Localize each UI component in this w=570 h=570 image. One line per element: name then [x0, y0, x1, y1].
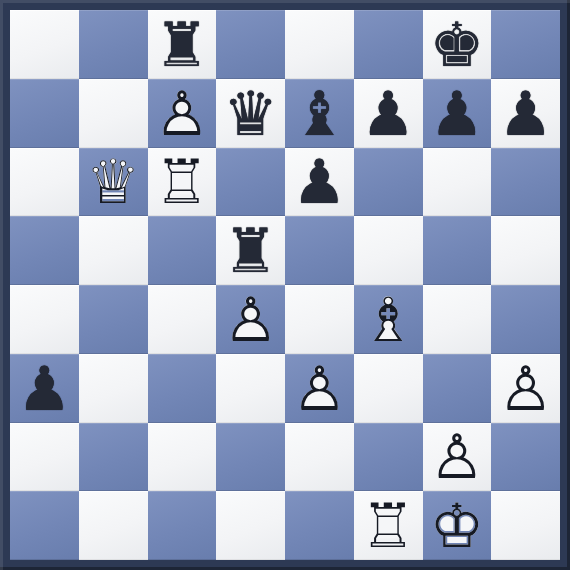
square-a8[interactable] — [10, 10, 79, 79]
queen-icon: ♛ — [216, 79, 285, 148]
square-h7[interactable]: ♟ — [491, 79, 560, 148]
piece-white-pawn-h3[interactable]: ♟♙ — [491, 354, 560, 423]
square-e6[interactable]: ♟ — [285, 148, 354, 217]
square-g7[interactable]: ♟ — [423, 79, 492, 148]
piece-black-pawn-f7[interactable]: ♟ — [354, 79, 423, 148]
square-a3[interactable]: ♟ — [10, 354, 79, 423]
square-c4[interactable] — [148, 285, 217, 354]
king-icon: ♚ — [423, 10, 492, 79]
pawn-outline-icon: ♙ — [148, 79, 217, 148]
square-h5[interactable] — [491, 216, 560, 285]
square-c2[interactable] — [148, 423, 217, 492]
piece-black-pawn-a3[interactable]: ♟ — [10, 354, 79, 423]
piece-black-rook-d5[interactable]: ♜ — [216, 216, 285, 285]
square-d1[interactable] — [216, 491, 285, 560]
square-a1[interactable] — [10, 491, 79, 560]
square-c6[interactable]: ♜♖ — [148, 148, 217, 217]
square-g4[interactable] — [423, 285, 492, 354]
piece-white-rook-f1[interactable]: ♜♖ — [354, 491, 423, 560]
square-b2[interactable] — [79, 423, 148, 492]
square-a4[interactable] — [10, 285, 79, 354]
bishop-outline-icon: ♗ — [354, 285, 423, 354]
square-a2[interactable] — [10, 423, 79, 492]
square-c1[interactable] — [148, 491, 217, 560]
square-h2[interactable] — [491, 423, 560, 492]
square-b1[interactable] — [79, 491, 148, 560]
square-f5[interactable] — [354, 216, 423, 285]
square-b7[interactable] — [79, 79, 148, 148]
piece-black-pawn-e6[interactable]: ♟ — [285, 148, 354, 217]
square-f8[interactable] — [354, 10, 423, 79]
piece-white-rook-c6[interactable]: ♜♖ — [148, 148, 217, 217]
square-e2[interactable] — [285, 423, 354, 492]
square-d2[interactable] — [216, 423, 285, 492]
square-b5[interactable] — [79, 216, 148, 285]
pawn-outline-icon: ♙ — [216, 285, 285, 354]
piece-black-queen-d7[interactable]: ♛ — [216, 79, 285, 148]
chess-board-grid: ♜♚♟♙♛♝♟♟♟♛♕♜♖♟♜♟♙♝♗♟♟♙♟♙♟♙♜♖♚♔ — [10, 10, 560, 560]
square-f7[interactable]: ♟ — [354, 79, 423, 148]
piece-white-queen-b6[interactable]: ♛♕ — [79, 148, 148, 217]
square-c7[interactable]: ♟♙ — [148, 79, 217, 148]
piece-white-pawn-d4[interactable]: ♟♙ — [216, 285, 285, 354]
square-c8[interactable]: ♜ — [148, 10, 217, 79]
square-f6[interactable] — [354, 148, 423, 217]
square-h3[interactable]: ♟♙ — [491, 354, 560, 423]
pawn-outline-icon: ♙ — [285, 354, 354, 423]
square-g8[interactable]: ♚ — [423, 10, 492, 79]
piece-white-king-g1[interactable]: ♚♔ — [423, 491, 492, 560]
pawn-outline-icon: ♙ — [491, 354, 560, 423]
square-h4[interactable] — [491, 285, 560, 354]
square-e7[interactable]: ♝ — [285, 79, 354, 148]
rook-outline-icon: ♖ — [354, 491, 423, 560]
rook-icon: ♜ — [148, 10, 217, 79]
square-g2[interactable]: ♟♙ — [423, 423, 492, 492]
square-e4[interactable] — [285, 285, 354, 354]
piece-white-pawn-c7[interactable]: ♟♙ — [148, 79, 217, 148]
piece-white-pawn-e3[interactable]: ♟♙ — [285, 354, 354, 423]
square-b4[interactable] — [79, 285, 148, 354]
square-e3[interactable]: ♟♙ — [285, 354, 354, 423]
square-a7[interactable] — [10, 79, 79, 148]
square-e5[interactable] — [285, 216, 354, 285]
square-d8[interactable] — [216, 10, 285, 79]
pawn-icon: ♟ — [285, 148, 354, 217]
piece-black-pawn-h7[interactable]: ♟ — [491, 79, 560, 148]
rook-icon: ♜ — [216, 216, 285, 285]
square-d6[interactable] — [216, 148, 285, 217]
square-a5[interactable] — [10, 216, 79, 285]
square-c3[interactable] — [148, 354, 217, 423]
piece-white-bishop-f4[interactable]: ♝♗ — [354, 285, 423, 354]
piece-white-pawn-g2[interactable]: ♟♙ — [423, 423, 492, 492]
square-d4[interactable]: ♟♙ — [216, 285, 285, 354]
square-f4[interactable]: ♝♗ — [354, 285, 423, 354]
square-c5[interactable] — [148, 216, 217, 285]
square-b8[interactable] — [79, 10, 148, 79]
piece-black-rook-c8[interactable]: ♜ — [148, 10, 217, 79]
pawn-icon: ♟ — [10, 354, 79, 423]
square-f2[interactable] — [354, 423, 423, 492]
bishop-icon: ♝ — [285, 79, 354, 148]
square-e8[interactable] — [285, 10, 354, 79]
piece-black-bishop-e7[interactable]: ♝ — [285, 79, 354, 148]
pawn-icon: ♟ — [491, 79, 560, 148]
pawn-icon: ♟ — [354, 79, 423, 148]
square-e1[interactable] — [285, 491, 354, 560]
square-d7[interactable]: ♛ — [216, 79, 285, 148]
square-d5[interactable]: ♜ — [216, 216, 285, 285]
square-f1[interactable]: ♜♖ — [354, 491, 423, 560]
square-b3[interactable] — [79, 354, 148, 423]
chess-board: ♜♚♟♙♛♝♟♟♟♛♕♜♖♟♜♟♙♝♗♟♟♙♟♙♟♙♜♖♚♔ — [0, 0, 570, 570]
king-outline-icon: ♔ — [423, 491, 492, 560]
square-g5[interactable] — [423, 216, 492, 285]
square-b6[interactable]: ♛♕ — [79, 148, 148, 217]
square-g1[interactable]: ♚♔ — [423, 491, 492, 560]
piece-black-king-g8[interactable]: ♚ — [423, 10, 492, 79]
square-h8[interactable] — [491, 10, 560, 79]
square-d3[interactable] — [216, 354, 285, 423]
square-g6[interactable] — [423, 148, 492, 217]
pawn-outline-icon: ♙ — [423, 423, 492, 492]
square-h1[interactable] — [491, 491, 560, 560]
square-h6[interactable] — [491, 148, 560, 217]
square-a6[interactable] — [10, 148, 79, 217]
pawn-icon: ♟ — [423, 79, 492, 148]
rook-outline-icon: ♖ — [148, 148, 217, 217]
queen-outline-icon: ♕ — [79, 148, 148, 217]
square-f3[interactable] — [354, 354, 423, 423]
square-g3[interactable] — [423, 354, 492, 423]
piece-black-pawn-g7[interactable]: ♟ — [423, 79, 492, 148]
